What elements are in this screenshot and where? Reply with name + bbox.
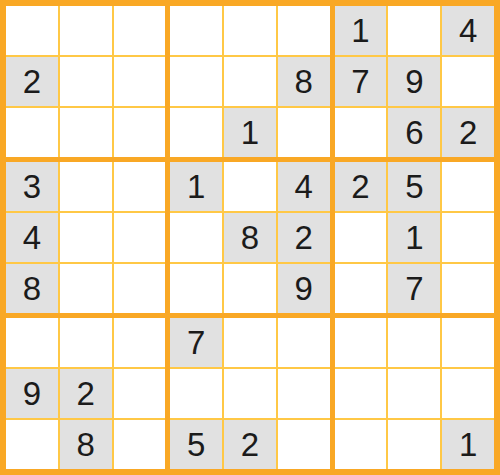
cell-r5c8: 1 — [388, 213, 440, 262]
cell-r8c2: 2 — [60, 369, 112, 418]
cell-r4c1: 3 — [6, 162, 58, 211]
cell-r2c5[interactable] — [224, 57, 276, 106]
cell-r7c4: 7 — [170, 318, 222, 367]
box-2-3: 2517 — [335, 162, 494, 313]
cell-r8c6[interactable] — [278, 369, 330, 418]
cell-r5c2[interactable] — [60, 213, 112, 262]
cell-r9c6[interactable] — [278, 420, 330, 469]
cell-r4c3[interactable] — [114, 162, 166, 211]
cell-r4c5[interactable] — [224, 162, 276, 211]
cell-r1c4[interactable] — [170, 6, 222, 55]
box-2-2: 14829 — [170, 162, 329, 313]
cell-r8c3[interactable] — [114, 369, 166, 418]
cell-r3c1[interactable] — [6, 108, 58, 157]
cell-r2c2[interactable] — [60, 57, 112, 106]
box-3-2: 752 — [170, 318, 329, 469]
cell-r2c6: 8 — [278, 57, 330, 106]
cell-r1c1[interactable] — [6, 6, 58, 55]
cell-r7c7[interactable] — [335, 318, 387, 367]
cell-r9c4: 5 — [170, 420, 222, 469]
cell-r1c6[interactable] — [278, 6, 330, 55]
box-3-3: 1 — [335, 318, 494, 469]
cell-r8c8[interactable] — [388, 369, 440, 418]
cell-r6c5[interactable] — [224, 264, 276, 313]
cell-r1c2[interactable] — [60, 6, 112, 55]
cell-r7c5[interactable] — [224, 318, 276, 367]
cell-r4c2[interactable] — [60, 162, 112, 211]
cell-r2c9[interactable] — [442, 57, 494, 106]
cell-r3c5: 1 — [224, 108, 276, 157]
cell-r3c9: 2 — [442, 108, 494, 157]
cell-r6c7[interactable] — [335, 264, 387, 313]
cell-r2c8: 9 — [388, 57, 440, 106]
cell-r8c9[interactable] — [442, 369, 494, 418]
cell-r7c2[interactable] — [60, 318, 112, 367]
cell-r8c4[interactable] — [170, 369, 222, 418]
cell-r5c5: 8 — [224, 213, 276, 262]
sudoku-board: 2811479623481482925179287521 — [0, 0, 500, 475]
cell-r3c8: 6 — [388, 108, 440, 157]
cell-r7c1[interactable] — [6, 318, 58, 367]
cell-r7c8[interactable] — [388, 318, 440, 367]
box-1-3: 147962 — [335, 6, 494, 157]
cell-r7c6[interactable] — [278, 318, 330, 367]
cell-r5c7[interactable] — [335, 213, 387, 262]
box-3-1: 928 — [6, 318, 165, 469]
cell-r1c9: 4 — [442, 6, 494, 55]
cell-r6c4[interactable] — [170, 264, 222, 313]
cell-r6c9[interactable] — [442, 264, 494, 313]
cell-r5c6: 2 — [278, 213, 330, 262]
cell-r1c8[interactable] — [388, 6, 440, 55]
cell-r8c1: 9 — [6, 369, 58, 418]
cell-r8c5[interactable] — [224, 369, 276, 418]
cell-r3c6[interactable] — [278, 108, 330, 157]
cell-r2c7: 7 — [335, 57, 387, 106]
cell-r2c3[interactable] — [114, 57, 166, 106]
cell-r9c1[interactable] — [6, 420, 58, 469]
cell-r6c1: 8 — [6, 264, 58, 313]
cell-r2c1: 2 — [6, 57, 58, 106]
cell-r1c5[interactable] — [224, 6, 276, 55]
cell-r7c9[interactable] — [442, 318, 494, 367]
cell-r3c4[interactable] — [170, 108, 222, 157]
cell-r9c8[interactable] — [388, 420, 440, 469]
cell-r8c7[interactable] — [335, 369, 387, 418]
cell-r4c9[interactable] — [442, 162, 494, 211]
box-2-1: 348 — [6, 162, 165, 313]
cell-r3c2[interactable] — [60, 108, 112, 157]
cell-r5c4[interactable] — [170, 213, 222, 262]
cell-r6c6: 9 — [278, 264, 330, 313]
cell-r5c1: 4 — [6, 213, 58, 262]
cell-r9c9: 1 — [442, 420, 494, 469]
cell-r4c8: 5 — [388, 162, 440, 211]
cell-r3c7[interactable] — [335, 108, 387, 157]
cell-r9c5: 2 — [224, 420, 276, 469]
cell-r6c2[interactable] — [60, 264, 112, 313]
cell-r2c4[interactable] — [170, 57, 222, 106]
cell-r1c7: 1 — [335, 6, 387, 55]
cell-r5c3[interactable] — [114, 213, 166, 262]
cell-r6c3[interactable] — [114, 264, 166, 313]
box-1-2: 81 — [170, 6, 329, 157]
cell-r6c8: 7 — [388, 264, 440, 313]
cell-r4c6: 4 — [278, 162, 330, 211]
cell-r4c7: 2 — [335, 162, 387, 211]
cell-r4c4: 1 — [170, 162, 222, 211]
cell-r9c3[interactable] — [114, 420, 166, 469]
cell-r1c3[interactable] — [114, 6, 166, 55]
cell-r9c7[interactable] — [335, 420, 387, 469]
cell-r3c3[interactable] — [114, 108, 166, 157]
cell-r5c9[interactable] — [442, 213, 494, 262]
box-1-1: 2 — [6, 6, 165, 157]
cell-r7c3[interactable] — [114, 318, 166, 367]
cell-r9c2: 8 — [60, 420, 112, 469]
